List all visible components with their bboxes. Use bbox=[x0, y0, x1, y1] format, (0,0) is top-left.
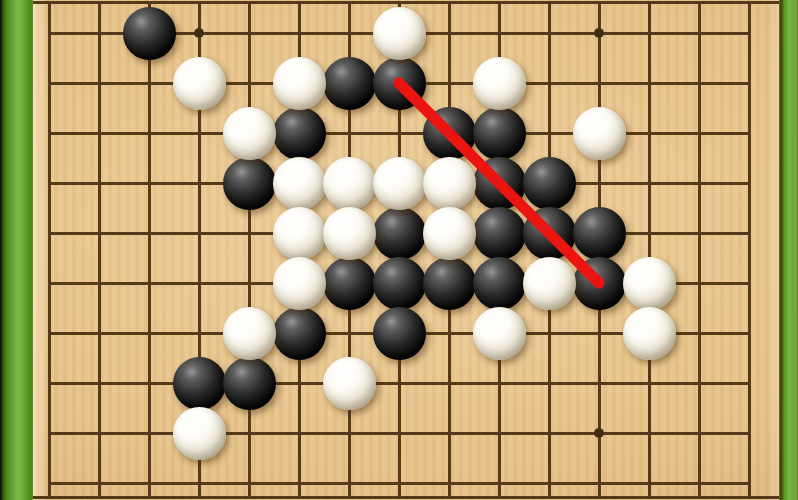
star-point-11-3 bbox=[594, 28, 604, 38]
white-stone bbox=[373, 157, 426, 210]
white-stone bbox=[223, 107, 276, 160]
white-stone bbox=[423, 207, 476, 260]
black-stone bbox=[523, 207, 576, 260]
black-stone bbox=[423, 107, 476, 160]
white-stone bbox=[173, 407, 226, 460]
black-stone bbox=[373, 207, 426, 260]
black-stone bbox=[223, 357, 276, 410]
black-stone bbox=[573, 257, 626, 310]
grid-line-v-4 bbox=[248, 2, 251, 497]
white-stone bbox=[623, 307, 676, 360]
star-point-11-11 bbox=[594, 428, 604, 438]
black-stone bbox=[473, 157, 526, 210]
grid-line-v-2 bbox=[148, 2, 151, 497]
table-edge-right bbox=[779, 0, 798, 500]
board-edge-line-top bbox=[33, 1, 779, 4]
white-stone bbox=[523, 257, 576, 310]
black-stone bbox=[473, 257, 526, 310]
white-stone bbox=[423, 157, 476, 210]
black-stone bbox=[123, 7, 176, 60]
white-stone bbox=[323, 157, 376, 210]
white-stone bbox=[273, 207, 326, 260]
star-point-3-3 bbox=[194, 28, 204, 38]
white-stone bbox=[273, 57, 326, 110]
black-stone bbox=[173, 357, 226, 410]
white-stone bbox=[373, 7, 426, 60]
black-stone bbox=[473, 107, 526, 160]
gomoku-board[interactable] bbox=[0, 0, 798, 500]
board-left-sheen bbox=[33, 0, 48, 500]
grid-line-v-12 bbox=[648, 2, 651, 497]
white-stone bbox=[273, 157, 326, 210]
table-edge-left bbox=[0, 0, 33, 500]
white-stone bbox=[173, 57, 226, 110]
black-stone bbox=[273, 307, 326, 360]
grid-line-v-0 bbox=[48, 2, 51, 497]
white-stone bbox=[323, 207, 376, 260]
black-stone bbox=[323, 257, 376, 310]
grid-line-h-10 bbox=[48, 382, 751, 385]
grid-line-h-11 bbox=[48, 432, 751, 435]
white-stone bbox=[473, 307, 526, 360]
white-stone bbox=[323, 357, 376, 410]
grid-line-h-12 bbox=[48, 482, 751, 485]
black-stone bbox=[573, 207, 626, 260]
black-stone bbox=[223, 157, 276, 210]
grid-line-v-14 bbox=[748, 2, 751, 497]
board-edge-line-bottom bbox=[33, 496, 779, 499]
grid-line-v-1 bbox=[98, 2, 101, 497]
black-stone bbox=[273, 107, 326, 160]
white-stone bbox=[273, 257, 326, 310]
grid-line-v-13 bbox=[698, 2, 701, 497]
gomoku-app-screen bbox=[0, 0, 798, 500]
white-stone bbox=[473, 57, 526, 110]
black-stone bbox=[373, 57, 426, 110]
black-stone bbox=[373, 307, 426, 360]
grid-line-h-5 bbox=[48, 132, 751, 135]
white-stone bbox=[223, 307, 276, 360]
white-stone bbox=[573, 107, 626, 160]
black-stone bbox=[423, 257, 476, 310]
black-stone bbox=[323, 57, 376, 110]
white-stone bbox=[623, 257, 676, 310]
board-right-sheen bbox=[769, 0, 779, 500]
black-stone bbox=[523, 157, 576, 210]
black-stone bbox=[373, 257, 426, 310]
black-stone bbox=[473, 207, 526, 260]
